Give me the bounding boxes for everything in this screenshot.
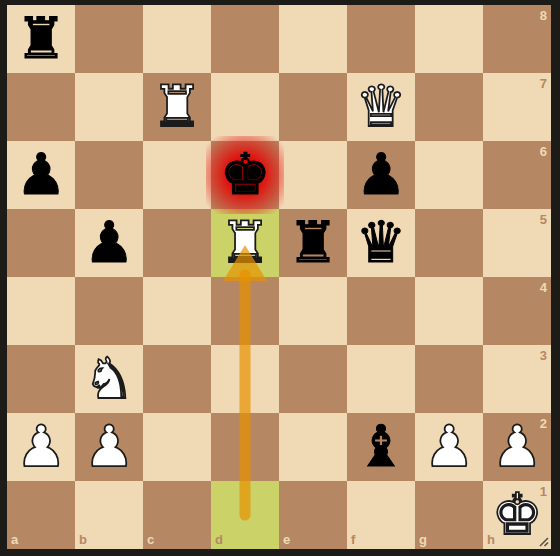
square-f7[interactable]: ♛ bbox=[347, 73, 415, 141]
square-b8[interactable] bbox=[75, 5, 143, 73]
square-g4[interactable] bbox=[415, 277, 483, 345]
square-f2[interactable]: ♝ bbox=[347, 413, 415, 481]
square-c6[interactable] bbox=[143, 141, 211, 209]
file-label-c: c bbox=[147, 532, 154, 547]
square-d1[interactable]: d bbox=[211, 481, 279, 549]
square-h5[interactable]: 5 bbox=[483, 209, 551, 277]
black-pawn[interactable]: ♟ bbox=[347, 141, 415, 209]
square-b5[interactable]: ♟ bbox=[75, 209, 143, 277]
square-b3[interactable]: ♞ bbox=[75, 345, 143, 413]
square-g7[interactable] bbox=[415, 73, 483, 141]
rank-label-4: 4 bbox=[540, 280, 547, 295]
file-label-g: g bbox=[419, 532, 427, 547]
white-pawn[interactable]: ♟ bbox=[75, 413, 143, 481]
square-a7[interactable] bbox=[7, 73, 75, 141]
square-b1[interactable]: b bbox=[75, 481, 143, 549]
square-a6[interactable]: ♟ bbox=[7, 141, 75, 209]
square-e1[interactable]: e bbox=[279, 481, 347, 549]
square-d2[interactable] bbox=[211, 413, 279, 481]
square-d5[interactable]: ♜ bbox=[211, 209, 279, 277]
square-g6[interactable] bbox=[415, 141, 483, 209]
square-d6[interactable]: ♚ bbox=[211, 141, 279, 209]
square-f6[interactable]: ♟ bbox=[347, 141, 415, 209]
square-c7[interactable]: ♜ bbox=[143, 73, 211, 141]
rank-label-8: 8 bbox=[540, 8, 547, 23]
square-c5[interactable] bbox=[143, 209, 211, 277]
white-pawn[interactable]: ♟ bbox=[7, 413, 75, 481]
square-d8[interactable] bbox=[211, 5, 279, 73]
file-label-e: e bbox=[283, 532, 290, 547]
white-pawn[interactable]: ♟ bbox=[483, 413, 551, 481]
white-rook[interactable]: ♜ bbox=[143, 73, 211, 141]
page-background: { "game": "chess", "board": { "orientati… bbox=[0, 0, 560, 556]
square-c8[interactable] bbox=[143, 5, 211, 73]
square-c3[interactable] bbox=[143, 345, 211, 413]
file-label-b: b bbox=[79, 532, 87, 547]
square-a5[interactable] bbox=[7, 209, 75, 277]
resize-handle-icon[interactable] bbox=[537, 535, 549, 547]
file-label-a: a bbox=[11, 532, 18, 547]
square-e5[interactable]: ♜ bbox=[279, 209, 347, 277]
black-pawn[interactable]: ♟ bbox=[7, 141, 75, 209]
square-f4[interactable] bbox=[347, 277, 415, 345]
board-grid: ♜8♜♛7♟♚♟6♟♜♜♛54♞3♟♟♝♟♟2abcdefg♚1h bbox=[7, 5, 551, 549]
square-e2[interactable] bbox=[279, 413, 347, 481]
rank-label-5: 5 bbox=[540, 212, 547, 227]
square-e4[interactable] bbox=[279, 277, 347, 345]
file-label-f: f bbox=[351, 532, 355, 547]
square-a3[interactable] bbox=[7, 345, 75, 413]
square-c2[interactable] bbox=[143, 413, 211, 481]
square-f8[interactable] bbox=[347, 5, 415, 73]
square-c1[interactable]: c bbox=[143, 481, 211, 549]
square-d7[interactable] bbox=[211, 73, 279, 141]
white-rook[interactable]: ♜ bbox=[211, 209, 279, 277]
rank-label-3: 3 bbox=[540, 348, 547, 363]
chess-board: ♜8♜♛7♟♚♟6♟♜♜♛54♞3♟♟♝♟♟2abcdefg♚1h bbox=[7, 5, 551, 549]
square-g1[interactable]: g bbox=[415, 481, 483, 549]
square-f3[interactable] bbox=[347, 345, 415, 413]
square-g3[interactable] bbox=[415, 345, 483, 413]
square-c4[interactable] bbox=[143, 277, 211, 345]
rank-label-7: 7 bbox=[540, 76, 547, 91]
black-queen[interactable]: ♛ bbox=[347, 209, 415, 277]
square-a2[interactable]: ♟ bbox=[7, 413, 75, 481]
square-a4[interactable] bbox=[7, 277, 75, 345]
square-d3[interactable] bbox=[211, 345, 279, 413]
square-e6[interactable] bbox=[279, 141, 347, 209]
square-g8[interactable] bbox=[415, 5, 483, 73]
square-h7[interactable]: 7 bbox=[483, 73, 551, 141]
white-queen[interactable]: ♛ bbox=[347, 73, 415, 141]
black-rook[interactable]: ♜ bbox=[7, 5, 75, 73]
square-e3[interactable] bbox=[279, 345, 347, 413]
square-e7[interactable] bbox=[279, 73, 347, 141]
square-e8[interactable] bbox=[279, 5, 347, 73]
square-h6[interactable]: 6 bbox=[483, 141, 551, 209]
square-h3[interactable]: 3 bbox=[483, 345, 551, 413]
black-pawn[interactable]: ♟ bbox=[75, 209, 143, 277]
white-knight[interactable]: ♞ bbox=[75, 345, 143, 413]
square-b6[interactable] bbox=[75, 141, 143, 209]
black-king[interactable]: ♚ bbox=[211, 141, 279, 209]
square-b7[interactable] bbox=[75, 73, 143, 141]
square-f5[interactable]: ♛ bbox=[347, 209, 415, 277]
square-b2[interactable]: ♟ bbox=[75, 413, 143, 481]
square-a8[interactable]: ♜ bbox=[7, 5, 75, 73]
black-rook[interactable]: ♜ bbox=[279, 209, 347, 277]
square-b4[interactable] bbox=[75, 277, 143, 345]
square-h4[interactable]: 4 bbox=[483, 277, 551, 345]
rank-label-6: 6 bbox=[540, 144, 547, 159]
square-h2[interactable]: ♟2 bbox=[483, 413, 551, 481]
square-g5[interactable] bbox=[415, 209, 483, 277]
square-h8[interactable]: 8 bbox=[483, 5, 551, 73]
file-label-d: d bbox=[215, 532, 223, 547]
white-pawn[interactable]: ♟ bbox=[415, 413, 483, 481]
square-a1[interactable]: a bbox=[7, 481, 75, 549]
square-f1[interactable]: f bbox=[347, 481, 415, 549]
square-d4[interactable] bbox=[211, 277, 279, 345]
square-g2[interactable]: ♟ bbox=[415, 413, 483, 481]
black-bishop[interactable]: ♝ bbox=[347, 413, 415, 481]
